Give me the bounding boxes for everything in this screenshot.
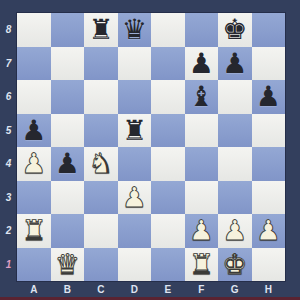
rank-label-5: 5 <box>0 114 17 148</box>
square-b3[interactable] <box>51 181 85 215</box>
square-a4[interactable]: ♟ <box>17 147 51 181</box>
piece-black-pawn[interactable]: ♟ <box>21 114 46 148</box>
square-h7[interactable] <box>252 47 286 81</box>
square-c4[interactable]: ♞ <box>84 147 118 181</box>
piece-white-pawn[interactable]: ♟ <box>256 214 281 248</box>
square-h3[interactable] <box>252 181 286 215</box>
square-b4[interactable]: ♟ <box>51 147 85 181</box>
square-e4[interactable] <box>151 147 185 181</box>
square-g7[interactable]: ♟ <box>218 47 252 81</box>
piece-white-queen[interactable]: ♛ <box>55 248 80 282</box>
square-f1[interactable]: ♜ <box>185 248 219 282</box>
square-f6[interactable]: ♝ <box>185 80 219 114</box>
square-g6[interactable] <box>218 80 252 114</box>
piece-black-pawn[interactable]: ♟ <box>256 80 281 114</box>
file-labels: ABCDEFGH <box>17 281 285 297</box>
square-g4[interactable] <box>218 147 252 181</box>
piece-black-queen[interactable]: ♛ <box>122 13 147 47</box>
piece-black-pawn[interactable]: ♟ <box>222 47 247 81</box>
file-label-f: F <box>185 281 219 297</box>
rank-label-6: 6 <box>0 80 17 114</box>
file-label-c: C <box>84 281 118 297</box>
rank-label-7: 7 <box>0 47 17 81</box>
chess-diagram: 87654321 ♜♛♚♟♟♝♟♟♜♟♟♞♟♜♟♟♟♛♜♚ ABCDEFGH <box>0 0 300 300</box>
square-c2[interactable] <box>84 214 118 248</box>
square-a8[interactable] <box>17 13 51 47</box>
piece-white-rook[interactable]: ♜ <box>189 248 214 282</box>
square-b1[interactable]: ♛ <box>51 248 85 282</box>
piece-black-pawn[interactable]: ♟ <box>55 147 80 181</box>
square-f2[interactable]: ♟ <box>185 214 219 248</box>
square-g1[interactable]: ♚ <box>218 248 252 282</box>
square-e1[interactable] <box>151 248 185 282</box>
square-c7[interactable] <box>84 47 118 81</box>
square-d3[interactable]: ♟ <box>118 181 152 215</box>
square-a5[interactable]: ♟ <box>17 114 51 148</box>
file-label-e: E <box>151 281 185 297</box>
square-g3[interactable] <box>218 181 252 215</box>
square-b2[interactable] <box>51 214 85 248</box>
square-a2[interactable]: ♜ <box>17 214 51 248</box>
square-e3[interactable] <box>151 181 185 215</box>
square-b5[interactable] <box>51 114 85 148</box>
file-label-g: G <box>218 281 252 297</box>
square-d1[interactable] <box>118 248 152 282</box>
square-c3[interactable] <box>84 181 118 215</box>
square-d5[interactable]: ♜ <box>118 114 152 148</box>
square-f5[interactable] <box>185 114 219 148</box>
piece-white-knight[interactable]: ♞ <box>88 147 113 181</box>
square-h1[interactable] <box>252 248 286 282</box>
square-a7[interactable] <box>17 47 51 81</box>
square-c1[interactable] <box>84 248 118 282</box>
piece-white-pawn[interactable]: ♟ <box>189 214 214 248</box>
rank-label-8: 8 <box>0 13 17 47</box>
square-h8[interactable] <box>252 13 286 47</box>
square-a3[interactable] <box>17 181 51 215</box>
square-c6[interactable] <box>84 80 118 114</box>
rank-label-4: 4 <box>0 147 17 181</box>
square-g5[interactable] <box>218 114 252 148</box>
square-f3[interactable] <box>185 181 219 215</box>
piece-black-rook[interactable]: ♜ <box>88 13 113 47</box>
square-d7[interactable] <box>118 47 152 81</box>
square-a1[interactable] <box>17 248 51 282</box>
square-d4[interactable] <box>118 147 152 181</box>
chess-board: ♜♛♚♟♟♝♟♟♜♟♟♞♟♜♟♟♟♛♜♚ <box>17 13 285 281</box>
square-e5[interactable] <box>151 114 185 148</box>
piece-black-bishop[interactable]: ♝ <box>189 80 214 114</box>
square-e7[interactable] <box>151 47 185 81</box>
square-b8[interactable] <box>51 13 85 47</box>
square-f7[interactable]: ♟ <box>185 47 219 81</box>
rank-label-2: 2 <box>0 214 17 248</box>
square-c5[interactable] <box>84 114 118 148</box>
square-h6[interactable]: ♟ <box>252 80 286 114</box>
piece-white-pawn[interactable]: ♟ <box>122 181 147 215</box>
square-a6[interactable] <box>17 80 51 114</box>
piece-white-pawn[interactable]: ♟ <box>222 214 247 248</box>
file-label-d: D <box>118 281 152 297</box>
square-b6[interactable] <box>51 80 85 114</box>
square-d6[interactable] <box>118 80 152 114</box>
square-d2[interactable] <box>118 214 152 248</box>
file-label-b: B <box>51 281 85 297</box>
square-d8[interactable]: ♛ <box>118 13 152 47</box>
square-h2[interactable]: ♟ <box>252 214 286 248</box>
piece-white-rook[interactable]: ♜ <box>21 214 46 248</box>
square-f8[interactable] <box>185 13 219 47</box>
square-e2[interactable] <box>151 214 185 248</box>
square-h5[interactable] <box>252 114 286 148</box>
square-h4[interactable] <box>252 147 286 181</box>
square-f4[interactable] <box>185 147 219 181</box>
file-label-h: H <box>252 281 286 297</box>
rank-labels: 87654321 <box>0 13 17 281</box>
square-c8[interactable]: ♜ <box>84 13 118 47</box>
square-e8[interactable] <box>151 13 185 47</box>
square-g2[interactable]: ♟ <box>218 214 252 248</box>
piece-black-rook[interactable]: ♜ <box>122 114 147 148</box>
rank-label-3: 3 <box>0 181 17 215</box>
square-b7[interactable] <box>51 47 85 81</box>
square-e6[interactable] <box>151 80 185 114</box>
piece-white-pawn[interactable]: ♟ <box>21 147 46 181</box>
square-g8[interactable]: ♚ <box>218 13 252 47</box>
piece-white-king[interactable]: ♚ <box>222 248 247 282</box>
file-label-a: A <box>17 281 51 297</box>
piece-black-pawn[interactable]: ♟ <box>189 47 214 81</box>
piece-black-king[interactable]: ♚ <box>222 13 247 47</box>
rank-label-1: 1 <box>0 248 17 282</box>
